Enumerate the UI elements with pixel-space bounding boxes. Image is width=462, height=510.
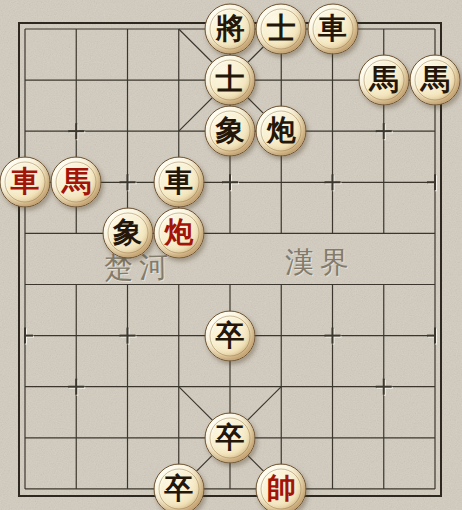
- piece-black-advisor[interactable]: 士: [256, 4, 307, 55]
- piece-glyph: 車: [11, 167, 40, 198]
- piece-glyph: 馬: [369, 65, 398, 96]
- piece-glyph: 象: [216, 116, 245, 147]
- piece-glyph: 卒: [216, 422, 245, 453]
- piece-black-elephant[interactable]: 象: [102, 208, 153, 259]
- piece-black-soldier[interactable]: 卒: [153, 463, 204, 510]
- piece-glyph: 卒: [216, 320, 245, 351]
- piece-black-soldier[interactable]: 卒: [205, 412, 256, 463]
- piece-glyph: 炮: [164, 218, 193, 249]
- piece-glyph: 馬: [62, 167, 91, 198]
- piece-black-advisor[interactable]: 士: [205, 55, 256, 106]
- piece-black-soldier[interactable]: 卒: [205, 310, 256, 361]
- piece-black-general[interactable]: 將: [205, 4, 256, 55]
- piece-glyph: 士: [216, 65, 245, 96]
- piece-black-cannon[interactable]: 炮: [256, 106, 307, 157]
- piece-glyph: 帥: [267, 473, 296, 504]
- piece-glyph: 馬: [421, 65, 450, 96]
- piece-glyph: 車: [318, 14, 347, 45]
- piece-black-horse[interactable]: 馬: [410, 55, 461, 106]
- piece-red-horse[interactable]: 馬: [51, 157, 102, 208]
- piece-black-horse[interactable]: 馬: [358, 55, 409, 106]
- pieces-layer: 將士車士馬馬象炮車馬車象炮卒卒卒帥: [0, 0, 462, 510]
- piece-red-general[interactable]: 帥: [256, 463, 307, 510]
- xiangqi-board[interactable]: 楚河 漢界 將士車士馬馬象炮車馬車象炮卒卒卒帥: [0, 0, 462, 510]
- piece-glyph: 炮: [267, 116, 296, 147]
- piece-glyph: 象: [113, 218, 142, 249]
- piece-glyph: 將: [216, 14, 245, 45]
- piece-black-chariot[interactable]: 車: [153, 157, 204, 208]
- piece-black-chariot[interactable]: 車: [307, 4, 358, 55]
- piece-glyph: 卒: [164, 473, 193, 504]
- piece-red-chariot[interactable]: 車: [0, 157, 51, 208]
- piece-black-elephant[interactable]: 象: [205, 106, 256, 157]
- piece-red-cannon[interactable]: 炮: [153, 208, 204, 259]
- piece-glyph: 車: [164, 167, 193, 198]
- piece-glyph: 士: [267, 14, 296, 45]
